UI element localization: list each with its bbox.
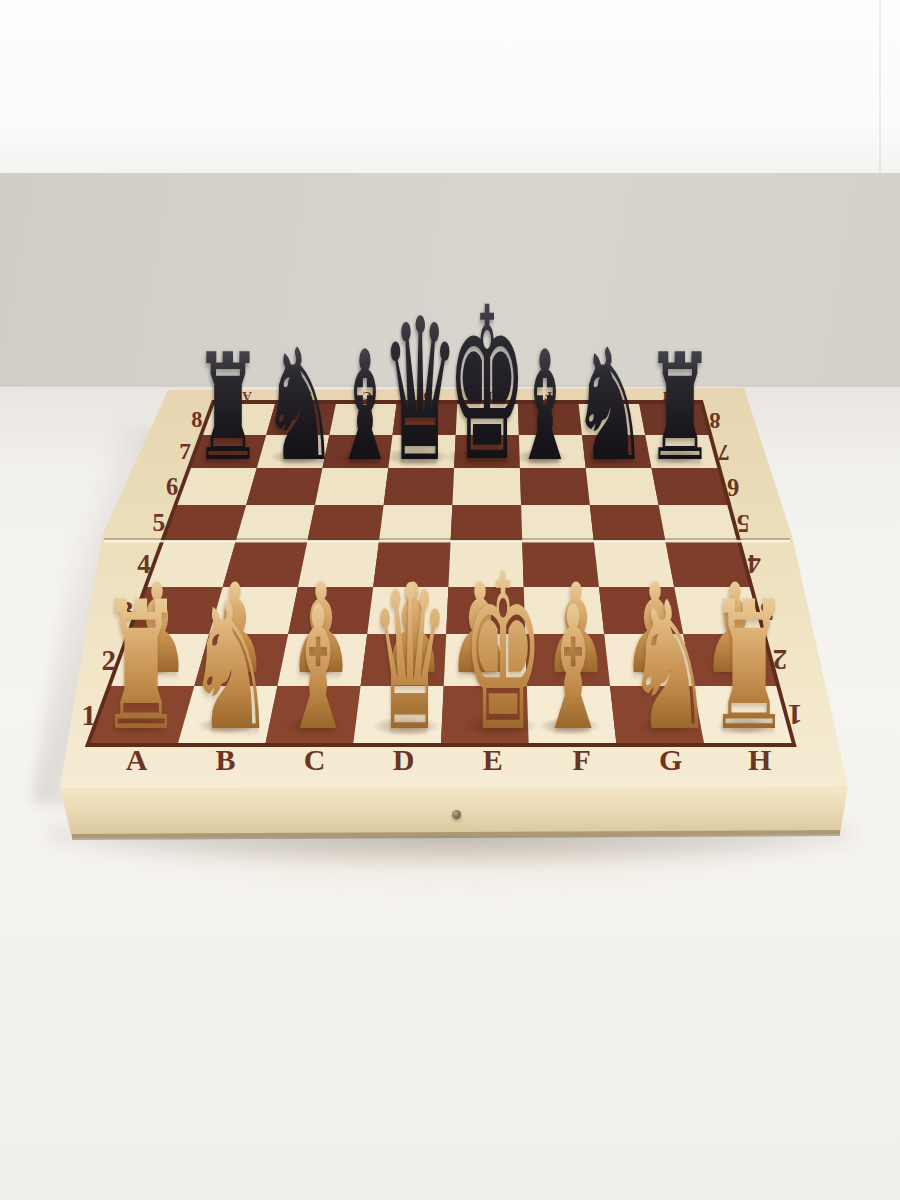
chess-pieces: ♜♞♝♛♚♝♞♜♜♞♝♛♚♝♞♜♟♟♟♟♟♟♟♟ xyxy=(0,0,900,1200)
